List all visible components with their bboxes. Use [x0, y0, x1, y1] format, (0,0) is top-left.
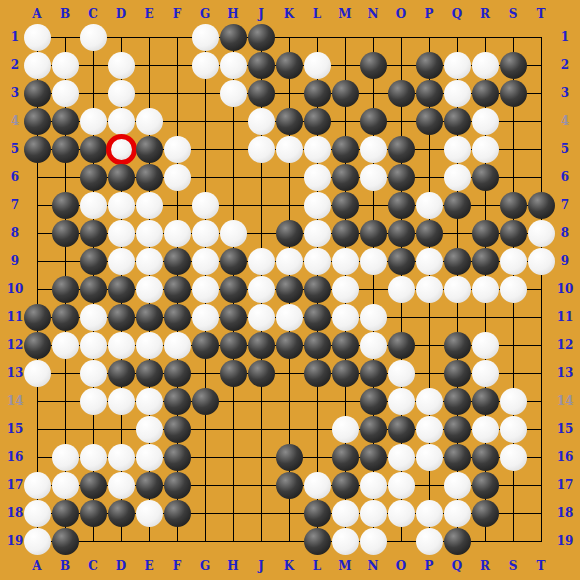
coord-label-top-M: M: [338, 7, 351, 21]
stone-black-M13: [332, 360, 359, 387]
stone-white-H8: [220, 220, 247, 247]
stone-black-Q7: [444, 192, 471, 219]
stone-white-M18: [332, 500, 359, 527]
coord-label-bottom-A: A: [32, 559, 41, 573]
stone-black-F18: [164, 500, 191, 527]
coord-label-bottom-O: O: [396, 559, 406, 573]
stone-black-O12: [388, 332, 415, 359]
grid-line-vertical: [541, 37, 542, 542]
stone-black-H1: [220, 24, 247, 51]
stone-black-Q15: [444, 416, 471, 443]
stone-white-A2: [24, 52, 51, 79]
coord-label-right-18: 18: [557, 506, 574, 520]
stone-white-O13: [388, 360, 415, 387]
stone-white-P7: [416, 192, 443, 219]
coord-label-bottom-M: M: [338, 559, 351, 573]
stone-white-F12: [164, 332, 191, 359]
stone-black-N15: [360, 416, 387, 443]
stone-white-L9: [304, 248, 331, 275]
stone-white-A1: [24, 24, 51, 51]
stone-black-O5: [388, 136, 415, 163]
stone-white-O14: [388, 388, 415, 415]
stone-black-M12: [332, 332, 359, 359]
stone-black-F10: [164, 276, 191, 303]
stone-black-C10: [80, 276, 107, 303]
stone-black-P8: [416, 220, 443, 247]
stone-black-K4: [276, 108, 303, 135]
stone-white-Q18: [444, 500, 471, 527]
coord-label-top-S: S: [509, 7, 518, 21]
stone-black-J2: [248, 52, 275, 79]
coord-label-left-5: 5: [11, 142, 19, 156]
stone-white-G2: [192, 52, 219, 79]
stone-black-A11: [24, 304, 51, 331]
stone-black-A4: [24, 108, 51, 135]
stone-white-L8: [304, 220, 331, 247]
coord-label-left-8: 8: [11, 226, 19, 240]
stone-black-O7: [388, 192, 415, 219]
stone-white-C4: [80, 108, 107, 135]
stone-white-P18: [416, 500, 443, 527]
stone-black-F17: [164, 472, 191, 499]
coord-label-right-4: 4: [561, 114, 569, 128]
coord-label-left-17: 17: [7, 478, 24, 492]
stone-black-N8: [360, 220, 387, 247]
stone-white-Q3: [444, 80, 471, 107]
coord-label-right-19: 19: [557, 534, 574, 548]
coord-label-top-B: B: [60, 7, 70, 21]
stone-black-S7: [500, 192, 527, 219]
stone-black-L19: [304, 528, 331, 555]
stone-white-T8: [528, 220, 555, 247]
stone-black-A3: [24, 80, 51, 107]
coord-label-bottom-Q: Q: [452, 559, 462, 573]
stone-white-F6: [164, 164, 191, 191]
stone-white-J5: [248, 136, 275, 163]
stone-white-E4: [136, 108, 163, 135]
stone-white-M10: [332, 276, 359, 303]
stone-black-C8: [80, 220, 107, 247]
stone-black-E6: [136, 164, 163, 191]
coord-label-left-3: 3: [11, 86, 19, 100]
stone-white-L6: [304, 164, 331, 191]
stone-white-R5: [472, 136, 499, 163]
stone-black-B7: [52, 192, 79, 219]
stone-white-O18: [388, 500, 415, 527]
stone-black-D11: [108, 304, 135, 331]
stone-white-M11: [332, 304, 359, 331]
coord-label-right-17: 17: [557, 478, 574, 492]
coord-label-right-10: 10: [557, 282, 574, 296]
stone-black-K16: [276, 444, 303, 471]
coord-label-right-3: 3: [561, 86, 569, 100]
stone-white-O16: [388, 444, 415, 471]
coord-label-top-F: F: [173, 7, 182, 21]
stone-white-M9: [332, 248, 359, 275]
stone-black-H12: [220, 332, 247, 359]
coord-label-top-T: T: [537, 7, 546, 21]
stone-black-R16: [472, 444, 499, 471]
coord-label-left-12: 12: [7, 338, 24, 352]
coord-label-right-12: 12: [557, 338, 574, 352]
coord-label-bottom-D: D: [116, 559, 126, 573]
coord-label-left-4: 4: [11, 114, 19, 128]
stone-white-N6: [360, 164, 387, 191]
coord-label-right-5: 5: [561, 142, 569, 156]
coord-label-top-K: K: [284, 7, 294, 21]
coord-label-bottom-E: E: [144, 559, 153, 573]
coord-label-left-15: 15: [7, 422, 24, 436]
stone-white-P14: [416, 388, 443, 415]
stone-white-O17: [388, 472, 415, 499]
stone-black-Q19: [444, 528, 471, 555]
coord-label-right-6: 6: [561, 170, 569, 184]
stone-white-A19: [24, 528, 51, 555]
stone-white-E7: [136, 192, 163, 219]
coord-label-bottom-T: T: [537, 559, 546, 573]
stone-black-M5: [332, 136, 359, 163]
stone-white-E12: [136, 332, 163, 359]
last-move-marker-stone-D5: [106, 134, 137, 165]
coord-label-top-O: O: [396, 7, 406, 21]
coord-label-left-11: 11: [7, 310, 24, 324]
coord-label-bottom-F: F: [173, 559, 182, 573]
stone-black-E5: [136, 136, 163, 163]
stone-black-M6: [332, 164, 359, 191]
stone-white-G7: [192, 192, 219, 219]
stone-black-L3: [304, 80, 331, 107]
stone-white-E14: [136, 388, 163, 415]
stone-white-J4: [248, 108, 275, 135]
stone-black-R18: [472, 500, 499, 527]
stone-black-C5: [80, 136, 107, 163]
coord-label-top-D: D: [116, 7, 126, 21]
stone-black-N2: [360, 52, 387, 79]
stone-white-D9: [108, 248, 135, 275]
stone-white-E9: [136, 248, 163, 275]
stone-white-S10: [500, 276, 527, 303]
stone-white-R4: [472, 108, 499, 135]
stone-black-K2: [276, 52, 303, 79]
stone-black-Q13: [444, 360, 471, 387]
coord-label-right-8: 8: [561, 226, 569, 240]
stone-black-C17: [80, 472, 107, 499]
stone-black-O3: [388, 80, 415, 107]
stone-black-R17: [472, 472, 499, 499]
stone-white-Q2: [444, 52, 471, 79]
stone-white-K5: [276, 136, 303, 163]
stone-black-K17: [276, 472, 303, 499]
stone-white-H2: [220, 52, 247, 79]
stone-black-F16: [164, 444, 191, 471]
stone-black-M16: [332, 444, 359, 471]
stone-black-D10: [108, 276, 135, 303]
coord-label-bottom-R: R: [480, 559, 490, 573]
stone-white-B17: [52, 472, 79, 499]
stone-white-Q17: [444, 472, 471, 499]
coord-label-bottom-H: H: [227, 559, 238, 573]
stone-black-J12: [248, 332, 275, 359]
stone-white-R15: [472, 416, 499, 443]
stone-black-L18: [304, 500, 331, 527]
coord-label-right-16: 16: [557, 450, 574, 464]
stone-black-C6: [80, 164, 107, 191]
stone-black-O9: [388, 248, 415, 275]
stone-white-K11: [276, 304, 303, 331]
stone-white-N5: [360, 136, 387, 163]
coord-label-bottom-S: S: [509, 559, 518, 573]
stone-white-Q5: [444, 136, 471, 163]
coord-label-top-G: G: [200, 7, 210, 21]
stone-white-R10: [472, 276, 499, 303]
stone-black-B18: [52, 500, 79, 527]
coord-label-right-15: 15: [557, 422, 574, 436]
coord-label-bottom-J: J: [258, 559, 264, 573]
stone-black-R3: [472, 80, 499, 107]
stone-white-C7: [80, 192, 107, 219]
stone-white-C13: [80, 360, 107, 387]
coord-label-top-L: L: [313, 7, 321, 21]
stone-black-P3: [416, 80, 443, 107]
stone-black-O6: [388, 164, 415, 191]
stone-black-A5: [24, 136, 51, 163]
stone-black-B4: [52, 108, 79, 135]
stone-white-N12: [360, 332, 387, 359]
coord-label-top-R: R: [480, 7, 490, 21]
coord-label-left-7: 7: [11, 198, 19, 212]
stone-black-C9: [80, 248, 107, 275]
coord-label-right-11: 11: [557, 310, 574, 324]
stone-white-D7: [108, 192, 135, 219]
go-board[interactable]: AABBCCDDEEFFGGHHJJKKLLMMNNOOPPQQRRSSTT11…: [0, 0, 580, 580]
stone-black-Q4: [444, 108, 471, 135]
stone-black-H13: [220, 360, 247, 387]
stone-white-B2: [52, 52, 79, 79]
stone-black-P2: [416, 52, 443, 79]
stone-black-S2: [500, 52, 527, 79]
stone-white-M19: [332, 528, 359, 555]
stone-black-N14: [360, 388, 387, 415]
stone-black-N4: [360, 108, 387, 135]
coord-label-left-1: 1: [11, 30, 19, 44]
stone-black-Q9: [444, 248, 471, 275]
stone-black-P4: [416, 108, 443, 135]
stone-black-L10: [304, 276, 331, 303]
coord-label-top-J: J: [258, 7, 264, 21]
stone-white-D4: [108, 108, 135, 135]
stone-white-P15: [416, 416, 443, 443]
coord-label-left-2: 2: [11, 58, 19, 72]
stone-white-L7: [304, 192, 331, 219]
stone-white-G11: [192, 304, 219, 331]
stone-white-A18: [24, 500, 51, 527]
stone-white-E15: [136, 416, 163, 443]
stone-black-L13: [304, 360, 331, 387]
stone-white-C12: [80, 332, 107, 359]
stone-white-C1: [80, 24, 107, 51]
stone-black-D6: [108, 164, 135, 191]
stone-white-D17: [108, 472, 135, 499]
stone-white-E18: [136, 500, 163, 527]
coord-label-top-N: N: [368, 7, 379, 21]
stone-black-G12: [192, 332, 219, 359]
stone-white-G9: [192, 248, 219, 275]
stone-black-O15: [388, 416, 415, 443]
coord-label-top-A: A: [32, 7, 41, 21]
coord-label-top-C: C: [88, 7, 98, 21]
stone-black-B8: [52, 220, 79, 247]
stone-white-F8: [164, 220, 191, 247]
stone-black-B5: [52, 136, 79, 163]
coord-label-top-P: P: [424, 7, 433, 21]
stone-white-G8: [192, 220, 219, 247]
stone-white-D8: [108, 220, 135, 247]
stone-black-K8: [276, 220, 303, 247]
stone-black-K10: [276, 276, 303, 303]
stone-white-N17: [360, 472, 387, 499]
stone-black-R6: [472, 164, 499, 191]
go-board-screen: AABBCCDDEEFFGGHHJJKKLLMMNNOOPPQQRRSSTT11…: [0, 0, 580, 580]
coord-label-top-Q: Q: [452, 7, 462, 21]
stone-white-N9: [360, 248, 387, 275]
coord-label-left-6: 6: [11, 170, 19, 184]
stone-black-H10: [220, 276, 247, 303]
stone-white-G1: [192, 24, 219, 51]
coord-label-right-1: 1: [561, 30, 569, 44]
stone-white-E10: [136, 276, 163, 303]
stone-black-F9: [164, 248, 191, 275]
stone-white-D2: [108, 52, 135, 79]
stone-white-L2: [304, 52, 331, 79]
stone-white-D12: [108, 332, 135, 359]
coord-label-bottom-L: L: [313, 559, 321, 573]
stone-black-R8: [472, 220, 499, 247]
stone-white-E8: [136, 220, 163, 247]
stone-black-R14: [472, 388, 499, 415]
stone-white-P19: [416, 528, 443, 555]
coord-label-left-10: 10: [7, 282, 24, 296]
stone-black-S8: [500, 220, 527, 247]
coord-label-left-9: 9: [11, 254, 19, 268]
stone-white-H3: [220, 80, 247, 107]
stone-black-F13: [164, 360, 191, 387]
stone-white-J10: [248, 276, 275, 303]
stone-white-S16: [500, 444, 527, 471]
stone-black-F11: [164, 304, 191, 331]
coord-label-bottom-G: G: [200, 559, 210, 573]
stone-black-L12: [304, 332, 331, 359]
stone-black-Q12: [444, 332, 471, 359]
coord-label-bottom-B: B: [60, 559, 70, 573]
stone-white-Q6: [444, 164, 471, 191]
coord-label-bottom-P: P: [424, 559, 433, 573]
stone-white-C14: [80, 388, 107, 415]
stone-white-R13: [472, 360, 499, 387]
stone-black-D18: [108, 500, 135, 527]
stone-black-O8: [388, 220, 415, 247]
stone-white-G10: [192, 276, 219, 303]
coord-label-bottom-C: C: [88, 559, 98, 573]
stone-white-Q10: [444, 276, 471, 303]
stone-white-K9: [276, 248, 303, 275]
stone-white-J11: [248, 304, 275, 331]
stone-white-S9: [500, 248, 527, 275]
stone-white-M15: [332, 416, 359, 443]
coord-label-left-13: 13: [7, 366, 24, 380]
coord-label-bottom-K: K: [284, 559, 294, 573]
stone-black-M8: [332, 220, 359, 247]
coord-label-right-14: 14: [557, 394, 574, 408]
stone-black-E13: [136, 360, 163, 387]
stone-white-C11: [80, 304, 107, 331]
stone-black-E11: [136, 304, 163, 331]
coord-label-right-7: 7: [561, 198, 569, 212]
stone-white-L17: [304, 472, 331, 499]
stone-white-D3: [108, 80, 135, 107]
stone-white-N11: [360, 304, 387, 331]
stone-black-K12: [276, 332, 303, 359]
stone-white-S15: [500, 416, 527, 443]
stone-white-A17: [24, 472, 51, 499]
coord-label-left-14: 14: [7, 394, 24, 408]
coord-label-top-E: E: [144, 7, 153, 21]
stone-white-P9: [416, 248, 443, 275]
stone-white-J9: [248, 248, 275, 275]
stone-black-T7: [528, 192, 555, 219]
stone-black-H9: [220, 248, 247, 275]
coord-label-left-19: 19: [7, 534, 24, 548]
stone-white-N19: [360, 528, 387, 555]
stone-black-S3: [500, 80, 527, 107]
stone-black-J13: [248, 360, 275, 387]
stone-black-R9: [472, 248, 499, 275]
stone-white-A13: [24, 360, 51, 387]
coord-label-right-9: 9: [561, 254, 569, 268]
stone-black-J1: [248, 24, 275, 51]
stone-white-P16: [416, 444, 443, 471]
stone-white-R2: [472, 52, 499, 79]
stone-white-L5: [304, 136, 331, 163]
stone-black-B10: [52, 276, 79, 303]
stone-black-L11: [304, 304, 331, 331]
stone-white-E16: [136, 444, 163, 471]
stone-black-Q16: [444, 444, 471, 471]
stone-black-J3: [248, 80, 275, 107]
stone-black-A12: [24, 332, 51, 359]
stone-white-O10: [388, 276, 415, 303]
stone-black-L4: [304, 108, 331, 135]
stone-black-D13: [108, 360, 135, 387]
stone-black-F15: [164, 416, 191, 443]
coord-label-top-H: H: [227, 7, 238, 21]
stone-white-B3: [52, 80, 79, 107]
stone-black-B19: [52, 528, 79, 555]
stone-white-R12: [472, 332, 499, 359]
coord-label-right-2: 2: [561, 58, 569, 72]
stone-black-M3: [332, 80, 359, 107]
stone-white-D14: [108, 388, 135, 415]
stone-black-Q14: [444, 388, 471, 415]
stone-black-B11: [52, 304, 79, 331]
stone-white-F5: [164, 136, 191, 163]
coord-label-left-18: 18: [7, 506, 24, 520]
stone-white-D16: [108, 444, 135, 471]
coord-label-right-13: 13: [557, 366, 574, 380]
stone-white-C16: [80, 444, 107, 471]
stone-black-M7: [332, 192, 359, 219]
stone-white-B16: [52, 444, 79, 471]
stone-white-T9: [528, 248, 555, 275]
